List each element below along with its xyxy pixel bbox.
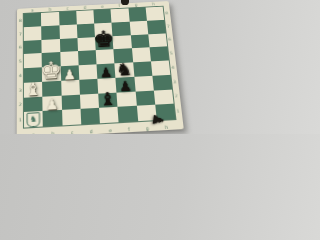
- knight-shield-logo-icon: ♞: [27, 112, 41, 127]
- square-d3[interactable]: [79, 79, 98, 95]
- square-g5[interactable]: [131, 48, 150, 63]
- square-c7[interactable]: [59, 24, 77, 38]
- coord-label: c: [71, 130, 74, 134]
- coord-label: 7: [19, 32, 22, 37]
- square-b4[interactable]: ♚: [42, 66, 61, 81]
- coord-label: e: [109, 128, 112, 133]
- square-a5[interactable]: [24, 53, 42, 68]
- coord-label: 5: [19, 59, 22, 64]
- table-surface: 87654321 87654321 abcdefgh abcdefgh ♚♚♟♟…: [0, 0, 200, 134]
- square-c4[interactable]: ♟: [60, 65, 79, 80]
- white-pawn-c4[interactable]: ♟: [63, 67, 76, 81]
- coord-label: 2: [19, 102, 22, 107]
- coord-label: d: [83, 5, 86, 10]
- coord-label: 8: [165, 11, 168, 16]
- coord-label: 1: [176, 109, 180, 114]
- square-a3[interactable]: ♝: [24, 82, 43, 98]
- square-b7[interactable]: [41, 25, 59, 39]
- black-pawn-e4[interactable]: ♟: [99, 65, 112, 79]
- coord-label: 1: [19, 117, 22, 122]
- captured-black-pawn: ♟: [150, 113, 166, 127]
- coord-label: 8: [19, 18, 22, 23]
- square-a7[interactable]: [24, 26, 42, 40]
- coord-label: d: [90, 129, 93, 134]
- coord-label: a: [31, 8, 34, 13]
- coord-label: 3: [19, 88, 22, 93]
- black-knight-f4[interactable]: ♞: [116, 60, 133, 78]
- black-pawn-f3[interactable]: ♟: [119, 78, 133, 93]
- coord-label: 7: [167, 24, 170, 29]
- square-c2[interactable]: [61, 94, 80, 110]
- coord-label: f: [118, 4, 120, 8]
- coord-label: c: [66, 6, 69, 11]
- square-e4[interactable]: ♟: [97, 63, 116, 78]
- coord-label: f: [128, 127, 130, 132]
- square-b2[interactable]: ♟: [43, 95, 62, 111]
- square-h7[interactable]: [147, 20, 166, 34]
- square-f1[interactable]: [118, 106, 138, 122]
- square-b6[interactable]: [42, 39, 60, 54]
- coord-label: 3: [173, 79, 176, 84]
- square-c8[interactable]: [59, 11, 77, 25]
- coord-label: e: [101, 4, 104, 9]
- square-f8[interactable]: [111, 8, 129, 22]
- square-g6[interactable]: [130, 34, 149, 49]
- square-a1[interactable]: ♞: [24, 111, 43, 127]
- coord-label: b: [51, 131, 54, 134]
- white-pawn-b2[interactable]: ♟: [45, 97, 58, 112]
- square-h6[interactable]: [148, 33, 167, 48]
- square-d2[interactable]: [80, 93, 99, 109]
- square-g7[interactable]: [129, 21, 148, 35]
- square-c6[interactable]: [59, 38, 77, 53]
- coord-label: 4: [171, 65, 174, 70]
- square-d1[interactable]: [80, 108, 100, 124]
- white-king-b4[interactable]: ♚: [40, 58, 62, 82]
- square-d8[interactable]: [76, 10, 94, 24]
- square-g2[interactable]: [135, 90, 155, 106]
- black-king-e6[interactable]: ♚: [93, 28, 115, 51]
- square-e2[interactable]: ♝: [98, 92, 118, 108]
- coord-label: 5: [170, 51, 173, 56]
- square-a8[interactable]: [24, 13, 42, 27]
- coord-label: g: [146, 126, 149, 131]
- square-b8[interactable]: [41, 12, 59, 26]
- square-f4[interactable]: ♞: [115, 62, 134, 77]
- square-e6[interactable]: ♚: [95, 36, 114, 51]
- chess-board: ♚♚♟♟♞♝♟♟♝♞: [24, 7, 176, 128]
- coord-label: g: [135, 3, 138, 8]
- coord-label: h: [152, 2, 155, 6]
- square-g8[interactable]: [128, 8, 147, 22]
- coord-label: 6: [19, 45, 22, 50]
- white-bishop-a3[interactable]: ♝: [25, 79, 42, 98]
- black-bishop-e2[interactable]: ♝: [99, 90, 117, 109]
- square-c5[interactable]: [60, 51, 79, 66]
- square-h8[interactable]: [145, 7, 164, 21]
- coord-label: 4: [19, 73, 22, 78]
- square-d4[interactable]: [78, 64, 97, 79]
- square-h3[interactable]: [152, 75, 172, 91]
- square-g3[interactable]: [134, 76, 154, 92]
- coord-label: b: [49, 7, 52, 12]
- coord-label: 6: [168, 37, 171, 42]
- square-c1[interactable]: [62, 109, 81, 125]
- square-f3[interactable]: ♟: [116, 77, 135, 93]
- square-h2[interactable]: [154, 89, 174, 105]
- square-a6[interactable]: [24, 40, 42, 55]
- square-h5[interactable]: [149, 47, 168, 62]
- coord-label: a: [32, 132, 35, 134]
- square-g4[interactable]: [133, 61, 152, 76]
- coord-label: 2: [175, 94, 178, 99]
- rank-labels-left: 87654321: [18, 14, 23, 128]
- square-e8[interactable]: [93, 9, 111, 23]
- square-h4[interactable]: [151, 60, 171, 75]
